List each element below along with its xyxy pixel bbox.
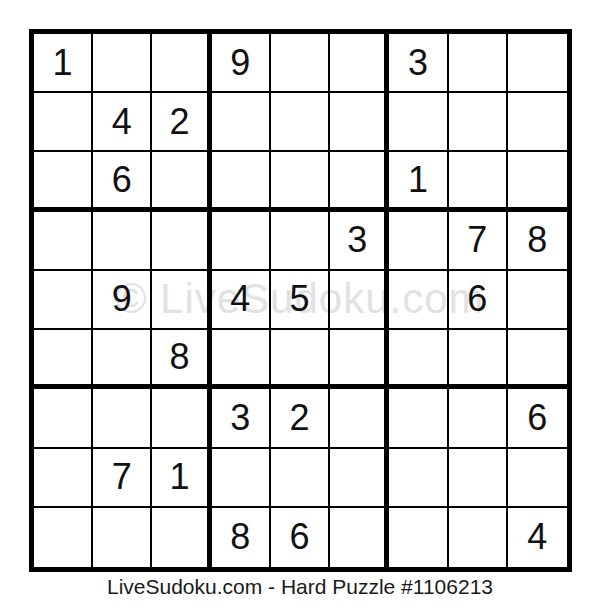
cell-r7c6[interactable] — [330, 389, 389, 448]
cell-r6c8[interactable] — [449, 330, 508, 389]
cell-r5c2[interactable]: 9 — [93, 271, 152, 330]
cell-r4c2[interactable] — [93, 212, 152, 271]
cell-r1c8[interactable] — [449, 34, 508, 93]
cell-r8c6[interactable] — [330, 449, 389, 508]
cell-r5c3[interactable] — [152, 271, 211, 330]
cell-r6c6[interactable] — [330, 330, 389, 389]
cell-r5c4[interactable]: 4 — [212, 271, 271, 330]
cell-r9c9[interactable]: 4 — [508, 508, 567, 567]
cell-r5c1[interactable] — [34, 271, 93, 330]
cell-r6c3[interactable]: 8 — [152, 330, 211, 389]
cell-r4c8[interactable]: 7 — [449, 212, 508, 271]
cell-r7c1[interactable] — [34, 389, 93, 448]
cell-r8c2[interactable]: 7 — [93, 449, 152, 508]
page: © LiveSudoku.com 19342613789456832671864… — [0, 0, 600, 615]
cell-r7c9[interactable]: 6 — [508, 389, 567, 448]
cell-r9c2[interactable] — [93, 508, 152, 567]
cell-r2c6[interactable] — [330, 93, 389, 152]
cell-r7c7[interactable] — [389, 389, 448, 448]
cell-r3c1[interactable] — [34, 152, 93, 211]
caption: LiveSudoku.com - Hard Puzzle #1106213 — [0, 575, 600, 599]
cell-r3c6[interactable] — [330, 152, 389, 211]
cell-r3c8[interactable] — [449, 152, 508, 211]
cell-r2c2[interactable]: 4 — [93, 93, 152, 152]
cell-r8c8[interactable] — [449, 449, 508, 508]
cell-r7c5[interactable]: 2 — [271, 389, 330, 448]
cell-r1c9[interactable] — [508, 34, 567, 93]
cell-r2c7[interactable] — [389, 93, 448, 152]
cell-r2c3[interactable]: 2 — [152, 93, 211, 152]
cell-r5c6[interactable] — [330, 271, 389, 330]
cell-r1c1[interactable]: 1 — [34, 34, 93, 93]
cell-r2c8[interactable] — [449, 93, 508, 152]
cell-r1c5[interactable] — [271, 34, 330, 93]
cell-r5c8[interactable]: 6 — [449, 271, 508, 330]
cell-r6c4[interactable] — [212, 330, 271, 389]
cell-r9c7[interactable] — [389, 508, 448, 567]
cell-r4c3[interactable] — [152, 212, 211, 271]
cell-r8c5[interactable] — [271, 449, 330, 508]
cell-r7c3[interactable] — [152, 389, 211, 448]
cell-r9c4[interactable]: 8 — [212, 508, 271, 567]
cell-r9c3[interactable] — [152, 508, 211, 567]
cell-r8c4[interactable] — [212, 449, 271, 508]
cell-r4c9[interactable]: 8 — [508, 212, 567, 271]
cell-r5c5[interactable]: 5 — [271, 271, 330, 330]
cell-r5c7[interactable] — [389, 271, 448, 330]
cell-r1c7[interactable]: 3 — [389, 34, 448, 93]
cell-r1c4[interactable]: 9 — [212, 34, 271, 93]
cell-r6c5[interactable] — [271, 330, 330, 389]
cell-r7c8[interactable] — [449, 389, 508, 448]
cell-r4c6[interactable]: 3 — [330, 212, 389, 271]
cell-r9c5[interactable]: 6 — [271, 508, 330, 567]
cell-r6c1[interactable] — [34, 330, 93, 389]
cell-r1c2[interactable] — [93, 34, 152, 93]
cell-r3c3[interactable] — [152, 152, 211, 211]
cell-r4c5[interactable] — [271, 212, 330, 271]
sudoku-board: © LiveSudoku.com 19342613789456832671864 — [0, 0, 600, 600]
cell-r9c6[interactable] — [330, 508, 389, 567]
cell-r6c9[interactable] — [508, 330, 567, 389]
cell-r8c3[interactable]: 1 — [152, 449, 211, 508]
sudoku-grid: 19342613789456832671864 — [29, 29, 572, 572]
cell-r9c8[interactable] — [449, 508, 508, 567]
cell-r6c7[interactable] — [389, 330, 448, 389]
cell-r3c4[interactable] — [212, 152, 271, 211]
cell-r3c9[interactable] — [508, 152, 567, 211]
cell-r2c4[interactable] — [212, 93, 271, 152]
cell-r4c4[interactable] — [212, 212, 271, 271]
cell-r1c3[interactable] — [152, 34, 211, 93]
cell-r3c7[interactable]: 1 — [389, 152, 448, 211]
cell-r9c1[interactable] — [34, 508, 93, 567]
cell-r7c4[interactable]: 3 — [212, 389, 271, 448]
cell-r3c5[interactable] — [271, 152, 330, 211]
cell-r2c1[interactable] — [34, 93, 93, 152]
cell-r8c1[interactable] — [34, 449, 93, 508]
cell-r4c1[interactable] — [34, 212, 93, 271]
cell-r4c7[interactable] — [389, 212, 448, 271]
cell-r2c9[interactable] — [508, 93, 567, 152]
cell-r8c9[interactable] — [508, 449, 567, 508]
cell-r8c7[interactable] — [389, 449, 448, 508]
cell-r1c6[interactable] — [330, 34, 389, 93]
cell-r7c2[interactable] — [93, 389, 152, 448]
cell-r2c5[interactable] — [271, 93, 330, 152]
cell-r5c9[interactable] — [508, 271, 567, 330]
cell-r6c2[interactable] — [93, 330, 152, 389]
cell-r3c2[interactable]: 6 — [93, 152, 152, 211]
